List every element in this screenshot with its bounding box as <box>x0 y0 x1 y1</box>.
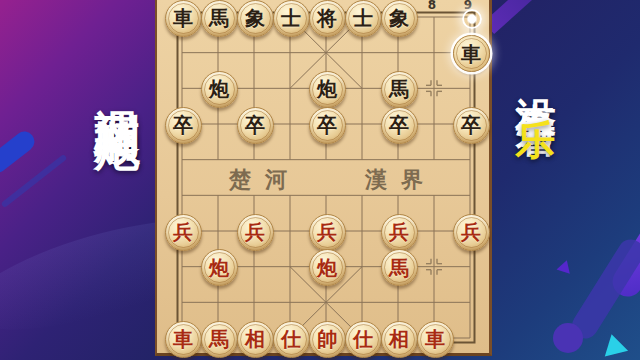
piece-character: 卒 <box>173 115 193 135</box>
piece-character: 兵 <box>173 222 193 242</box>
piece-red-相[interactable]: 相 <box>381 321 418 358</box>
piece-black-炮[interactable]: 炮 <box>309 71 346 108</box>
caption-right-white: 没事偷着 <box>513 66 559 86</box>
piece-character: 炮 <box>209 79 229 99</box>
piece-character: 炮 <box>317 79 337 99</box>
xiangqi-board[interactable]: 楚河 漢界 8 9 車馬象士将士象車炮炮馬卒卒卒卒卒兵兵兵兵兵炮炮馬車馬相仕帥仕… <box>155 0 492 356</box>
piece-character: 炮 <box>317 258 337 278</box>
piece-character: 馬 <box>209 329 229 349</box>
piece-character: 相 <box>245 329 265 349</box>
piece-character: 将 <box>317 8 337 28</box>
piece-character: 兵 <box>389 222 409 242</box>
piece-red-炮[interactable]: 炮 <box>201 249 238 286</box>
piece-character: 仕 <box>353 329 373 349</box>
caption-right-vertical: 没事偷着乐 <box>509 66 564 91</box>
piece-character: 兵 <box>461 222 481 242</box>
last-move-origin-marker <box>462 9 482 29</box>
decor-purple-triangle <box>556 258 573 274</box>
piece-black-車[interactable]: 車 <box>453 35 490 72</box>
piece-red-兵[interactable]: 兵 <box>237 214 274 251</box>
piece-black-車[interactable]: 車 <box>165 0 202 37</box>
piece-character: 士 <box>281 8 301 28</box>
piece-black-象[interactable]: 象 <box>237 0 274 37</box>
piece-black-将[interactable]: 将 <box>309 0 346 37</box>
caption-right-yellow: 乐 <box>513 86 559 91</box>
decor-purple-circle <box>553 323 583 353</box>
piece-character: 兵 <box>245 222 265 242</box>
piece-black-卒[interactable]: 卒 <box>309 107 346 144</box>
piece-red-車[interactable]: 車 <box>417 321 454 358</box>
decor-blue-capsule <box>0 127 38 176</box>
piece-character: 車 <box>425 329 445 349</box>
pieces-layer: 車馬象士将士象車炮炮馬卒卒卒卒卒兵兵兵兵兵炮炮馬車馬相仕帥仕相車 <box>157 0 494 356</box>
piece-character: 士 <box>353 8 373 28</box>
piece-red-帥[interactable]: 帥 <box>309 321 346 358</box>
piece-character: 馬 <box>389 79 409 99</box>
piece-red-炮[interactable]: 炮 <box>309 249 346 286</box>
piece-character: 馬 <box>209 8 229 28</box>
piece-red-相[interactable]: 相 <box>237 321 274 358</box>
piece-character: 車 <box>173 8 193 28</box>
decor-diagonal-band <box>483 0 556 34</box>
piece-red-兵[interactable]: 兵 <box>309 214 346 251</box>
piece-black-卒[interactable]: 卒 <box>381 107 418 144</box>
piece-red-仕[interactable]: 仕 <box>273 321 310 358</box>
piece-black-卒[interactable]: 卒 <box>237 107 274 144</box>
piece-red-兵[interactable]: 兵 <box>453 214 490 251</box>
piece-character: 炮 <box>209 258 229 278</box>
piece-character: 卒 <box>461 115 481 135</box>
piece-black-炮[interactable]: 炮 <box>201 71 238 108</box>
piece-character: 仕 <box>281 329 301 349</box>
piece-character: 兵 <box>317 222 337 242</box>
piece-black-士[interactable]: 士 <box>273 0 310 37</box>
piece-character: 象 <box>389 8 409 28</box>
piece-black-卒[interactable]: 卒 <box>453 107 490 144</box>
piece-black-馬[interactable]: 馬 <box>381 71 418 108</box>
piece-character: 帥 <box>317 329 337 349</box>
piece-character: 車 <box>173 329 193 349</box>
caption-left-vertical: 遇到顺炮 <box>87 72 149 96</box>
piece-character: 卒 <box>245 115 265 135</box>
piece-black-士[interactable]: 士 <box>345 0 382 37</box>
piece-character: 馬 <box>389 258 409 278</box>
piece-red-仕[interactable]: 仕 <box>345 321 382 358</box>
piece-red-馬[interactable]: 馬 <box>381 249 418 286</box>
decor-cyan-triangle <box>600 331 628 356</box>
piece-character: 相 <box>389 329 409 349</box>
piece-character: 卒 <box>389 115 409 135</box>
piece-character: 卒 <box>317 115 337 135</box>
piece-character: 象 <box>245 8 265 28</box>
piece-red-馬[interactable]: 馬 <box>201 321 238 358</box>
piece-black-象[interactable]: 象 <box>381 0 418 37</box>
screenshot-stage: 遇到顺炮 楚河 漢界 8 9 車馬象士将士象車炮炮馬卒卒卒卒卒兵兵兵兵兵炮炮馬車… <box>0 0 640 360</box>
piece-red-兵[interactable]: 兵 <box>381 214 418 251</box>
piece-red-車[interactable]: 車 <box>165 321 202 358</box>
piece-black-卒[interactable]: 卒 <box>165 107 202 144</box>
piece-black-馬[interactable]: 馬 <box>201 0 238 37</box>
piece-red-兵[interactable]: 兵 <box>165 214 202 251</box>
piece-character: 車 <box>461 44 481 64</box>
